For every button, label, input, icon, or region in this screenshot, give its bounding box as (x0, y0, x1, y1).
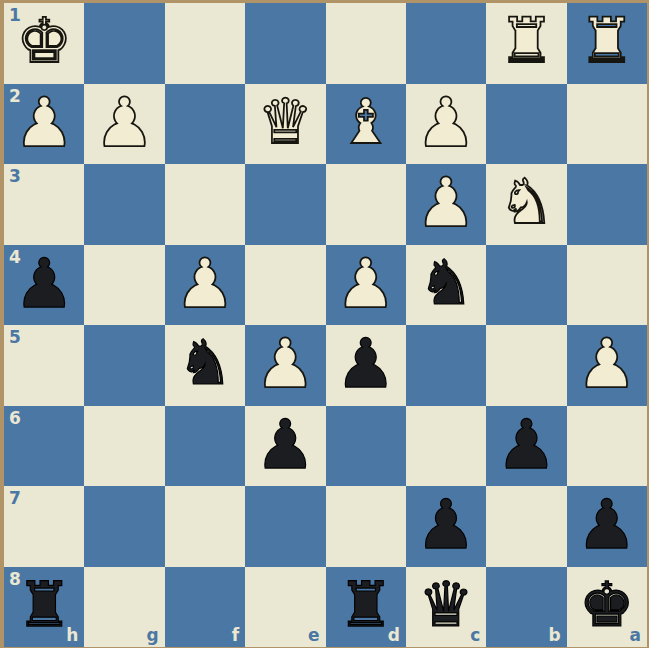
square-f2[interactable] (165, 84, 245, 165)
white-pawn[interactable]: ♟ (576, 330, 637, 398)
white-pawn[interactable]: ♟ (174, 250, 235, 318)
white-rook[interactable]: ♜ (579, 10, 635, 72)
white-king[interactable]: ♚ (16, 10, 72, 72)
chess-board: 1♚♜♜2♟♟♛♝♟3♟♞4♟♟♟♞5♞♟♟♟6♟♟7♟♟8h♜gfed♜c♛b… (4, 3, 647, 647)
square-a6[interactable] (567, 406, 647, 487)
square-d8[interactable]: d♜ (326, 567, 406, 648)
square-g8[interactable]: g (84, 567, 164, 648)
black-rook[interactable]: ♜ (16, 574, 72, 636)
square-h1[interactable]: 1♚ (4, 3, 84, 84)
square-f5[interactable]: ♞ (165, 325, 245, 406)
square-g6[interactable] (84, 406, 164, 487)
file-label-f: f (232, 627, 239, 644)
rank-label-6: 6 (9, 410, 21, 427)
square-c6[interactable] (406, 406, 486, 487)
file-label-e: e (308, 627, 320, 644)
square-f8[interactable]: f (165, 567, 245, 648)
square-e2[interactable]: ♛ (245, 84, 325, 165)
black-pawn[interactable]: ♟ (496, 411, 557, 479)
black-king[interactable]: ♚ (579, 574, 635, 636)
square-a4[interactable] (567, 245, 647, 326)
square-b4[interactable] (486, 245, 566, 326)
square-a3[interactable] (567, 164, 647, 245)
square-d2[interactable]: ♝ (326, 84, 406, 165)
square-d1[interactable] (326, 3, 406, 84)
square-d7[interactable] (326, 486, 406, 567)
square-b2[interactable] (486, 84, 566, 165)
square-d6[interactable] (326, 406, 406, 487)
square-b6[interactable]: ♟ (486, 406, 566, 487)
square-e3[interactable] (245, 164, 325, 245)
square-h5[interactable]: 5 (4, 325, 84, 406)
black-pawn[interactable]: ♟ (576, 491, 637, 559)
square-h8[interactable]: 8h♜ (4, 567, 84, 648)
rank-label-7: 7 (9, 490, 21, 507)
white-knight[interactable]: ♞ (499, 171, 555, 233)
black-knight[interactable]: ♞ (418, 252, 474, 314)
square-f4[interactable]: ♟ (165, 245, 245, 326)
rank-label-5: 5 (9, 329, 21, 346)
square-c4[interactable]: ♞ (406, 245, 486, 326)
white-pawn[interactable]: ♟ (416, 89, 477, 157)
square-f3[interactable] (165, 164, 245, 245)
square-h2[interactable]: 2♟ (4, 84, 84, 165)
square-c7[interactable]: ♟ (406, 486, 486, 567)
square-e5[interactable]: ♟ (245, 325, 325, 406)
white-pawn[interactable]: ♟ (255, 330, 316, 398)
white-pawn[interactable]: ♟ (14, 89, 75, 157)
rank-label-3: 3 (9, 168, 21, 185)
file-label-g: g (147, 627, 159, 644)
black-pawn[interactable]: ♟ (14, 250, 75, 318)
square-c3[interactable]: ♟ (406, 164, 486, 245)
square-f1[interactable] (165, 3, 245, 84)
black-queen[interactable]: ♛ (418, 574, 474, 636)
square-a7[interactable]: ♟ (567, 486, 647, 567)
white-bishop[interactable]: ♝ (338, 91, 394, 153)
square-d4[interactable]: ♟ (326, 245, 406, 326)
black-pawn[interactable]: ♟ (416, 491, 477, 559)
black-rook[interactable]: ♜ (338, 574, 394, 636)
square-b8[interactable]: b (486, 567, 566, 648)
square-e1[interactable] (245, 3, 325, 84)
square-a2[interactable] (567, 84, 647, 165)
square-d5[interactable]: ♟ (326, 325, 406, 406)
square-c5[interactable] (406, 325, 486, 406)
square-d3[interactable] (326, 164, 406, 245)
white-pawn[interactable]: ♟ (94, 89, 155, 157)
square-g4[interactable] (84, 245, 164, 326)
square-g2[interactable]: ♟ (84, 84, 164, 165)
square-b3[interactable]: ♞ (486, 164, 566, 245)
square-e8[interactable]: e (245, 567, 325, 648)
square-b7[interactable] (486, 486, 566, 567)
square-h7[interactable]: 7 (4, 486, 84, 567)
black-knight[interactable]: ♞ (177, 332, 233, 394)
board-frame: 1♚♜♜2♟♟♛♝♟3♟♞4♟♟♟♞5♞♟♟♟6♟♟7♟♟8h♜gfed♜c♛b… (0, 0, 649, 648)
white-queen[interactable]: ♛ (258, 91, 314, 153)
square-h3[interactable]: 3 (4, 164, 84, 245)
file-label-b: b (548, 627, 560, 644)
square-b5[interactable] (486, 325, 566, 406)
square-e4[interactable] (245, 245, 325, 326)
square-c2[interactable]: ♟ (406, 84, 486, 165)
square-a8[interactable]: a♚ (567, 567, 647, 648)
white-pawn[interactable]: ♟ (335, 250, 396, 318)
square-a1[interactable]: ♜ (567, 3, 647, 84)
square-a5[interactable]: ♟ (567, 325, 647, 406)
square-g3[interactable] (84, 164, 164, 245)
square-c1[interactable] (406, 3, 486, 84)
square-g1[interactable] (84, 3, 164, 84)
square-e6[interactable]: ♟ (245, 406, 325, 487)
square-f7[interactable] (165, 486, 245, 567)
black-pawn[interactable]: ♟ (255, 411, 316, 479)
square-e7[interactable] (245, 486, 325, 567)
square-c8[interactable]: c♛ (406, 567, 486, 648)
square-h4[interactable]: 4♟ (4, 245, 84, 326)
black-pawn[interactable]: ♟ (335, 330, 396, 398)
square-b1[interactable]: ♜ (486, 3, 566, 84)
square-g5[interactable] (84, 325, 164, 406)
square-g7[interactable] (84, 486, 164, 567)
square-f6[interactable] (165, 406, 245, 487)
white-pawn[interactable]: ♟ (416, 169, 477, 237)
square-h6[interactable]: 6 (4, 406, 84, 487)
white-rook[interactable]: ♜ (499, 10, 555, 72)
